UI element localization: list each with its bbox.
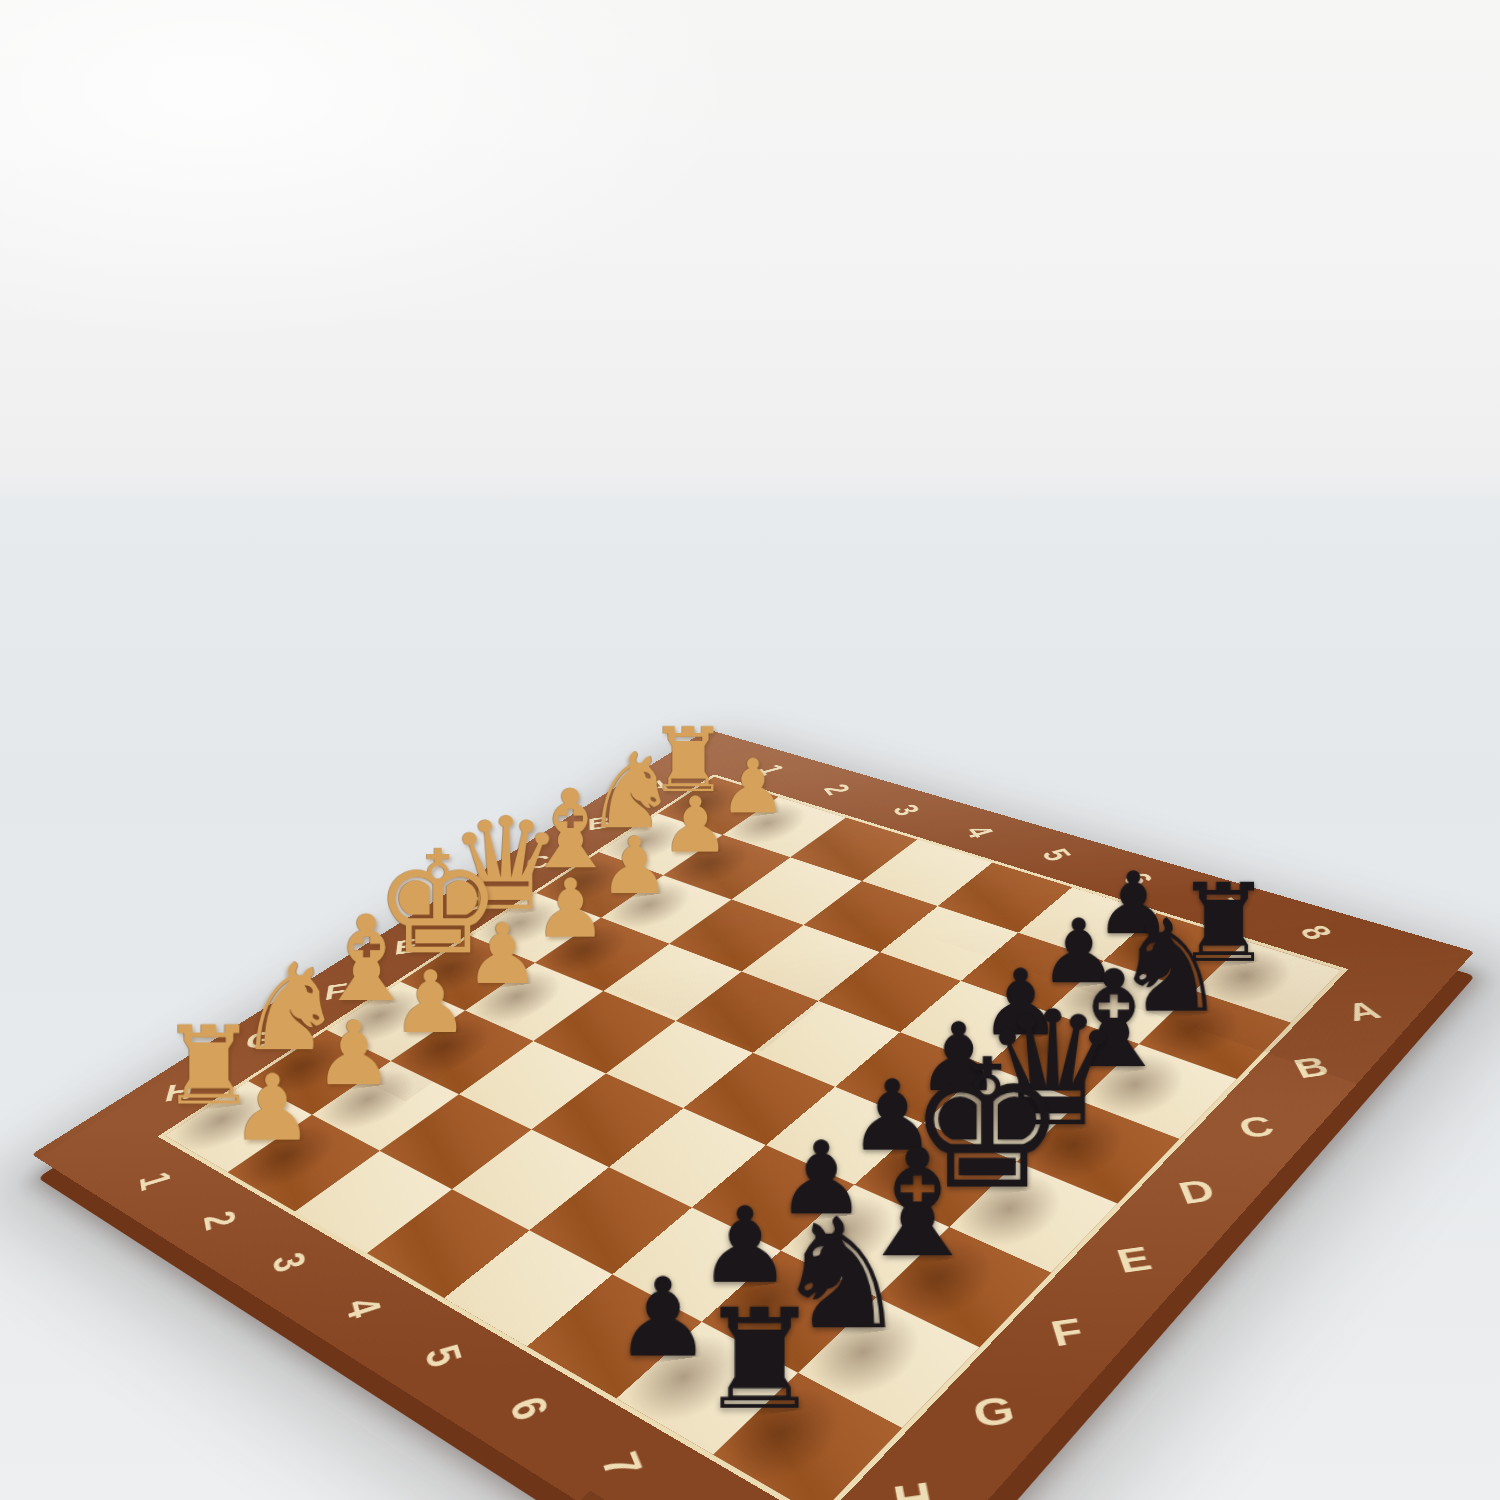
piece-white-pawn-d2: ♟ — [535, 876, 608, 941]
piece-black-rook-h8: ♜ — [698, 1304, 822, 1415]
square-f2: ♟ — [391, 1010, 534, 1094]
piece-white-pawn-e2: ♟ — [466, 921, 541, 988]
piece-white-pawn-b2: ♟ — [661, 794, 730, 855]
chess-board-3d: ABCDEFGH ABCDEFGH 87654321 87654321 ♜♞♝♛… — [32, 729, 1474, 1500]
piece-white-pawn-a2: ♟ — [720, 757, 787, 817]
black-pieces-showcase-row: ♚♛♝♞♜♟ — [0, 0, 1500, 500]
chess-set-photo: Wooden tournament chess set product phot… — [0, 0, 1500, 1500]
piece-white-pawn-c2: ♟ — [600, 834, 671, 897]
board-squares: ♜♞♝♛♚♝♞♜♟♟♟♟♟♟♟♟♟♟♟♟♟♟♟♟♜♞♝♛♚♝♞♜ — [158, 774, 1348, 1500]
chess-board: ABCDEFGH ABCDEFGH 87654321 87654321 ♜♞♝♛… — [171, 471, 1334, 1500]
piece-white-pawn-g2: ♟ — [315, 1018, 395, 1089]
piece-white-pawn-f2: ♟ — [392, 968, 469, 1037]
piece-white-pawn-h2: ♟ — [232, 1071, 314, 1144]
